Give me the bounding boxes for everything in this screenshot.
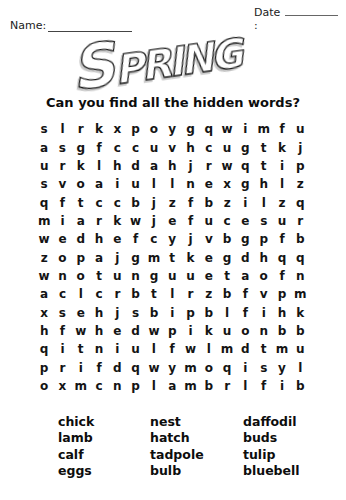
grid-cell-r3c10[interactable]: r xyxy=(200,157,218,175)
grid-cell-r3c6[interactable]: d xyxy=(126,157,144,175)
grid-cell-r3c4[interactable]: l xyxy=(90,157,108,175)
grid-cell-r6c15[interactable]: r xyxy=(291,212,309,230)
grid-cell-r8c13[interactable]: h xyxy=(255,248,273,266)
grid-cell-r6c14[interactable]: u xyxy=(273,212,291,230)
grid-cell-r14c8[interactable]: y xyxy=(163,358,181,376)
grid-cell-r14c11[interactable]: q xyxy=(218,358,236,376)
grid-cell-r7c2[interactable]: e xyxy=(53,230,71,248)
grid-cell-r7c12[interactable]: g xyxy=(236,230,254,248)
grid-cell-r12c1[interactable]: h xyxy=(35,322,53,340)
grid-cell-r10c3[interactable]: l xyxy=(72,285,90,303)
grid-cell-r8c15[interactable]: q xyxy=(291,248,309,266)
grid-cell-r7c11[interactable]: b xyxy=(218,230,236,248)
grid-cell-r1c15[interactable]: u xyxy=(291,120,309,138)
grid-cell-r15c8[interactable]: a xyxy=(163,377,181,395)
grid-cell-r8c14[interactable]: q xyxy=(273,248,291,266)
grid-cell-r1c9[interactable]: g xyxy=(181,120,199,138)
grid-cell-r7c13[interactable]: p xyxy=(255,230,273,248)
grid-cell-r13c13[interactable]: t xyxy=(255,340,273,358)
grid-cell-r4c13[interactable]: h xyxy=(255,175,273,193)
grid-cell-r10c6[interactable]: b xyxy=(126,285,144,303)
grid-cell-r8c6[interactable]: g xyxy=(126,248,144,266)
grid-cell-r1c14[interactable]: f xyxy=(273,120,291,138)
grid-cell-r4c2[interactable]: v xyxy=(53,175,71,193)
grid-cell-r2c4[interactable]: f xyxy=(90,138,108,156)
grid-cell-r5c7[interactable]: j xyxy=(145,193,163,211)
grid-cell-r5c6[interactable]: b xyxy=(126,193,144,211)
grid-cell-r6c4[interactable]: r xyxy=(90,212,108,230)
grid-cell-r2c6[interactable]: c xyxy=(126,138,144,156)
grid-cell-r6c13[interactable]: s xyxy=(255,212,273,230)
grid-cell-r4c6[interactable]: u xyxy=(126,175,144,193)
grid-cell-r11c11[interactable]: l xyxy=(218,303,236,321)
subtitle: Can you find all the hidden words? xyxy=(0,95,346,110)
grid-cell-r5c10[interactable]: b xyxy=(200,193,218,211)
grid-cell-r3c8[interactable]: h xyxy=(163,157,181,175)
grid-cell-r14c4[interactable]: f xyxy=(90,358,108,376)
grid-cell-r3c11[interactable]: w xyxy=(218,157,236,175)
grid-cell-r8c12[interactable]: d xyxy=(236,248,254,266)
grid-cell-r9c8[interactable]: u xyxy=(163,267,181,285)
grid-cell-r11c3[interactable]: e xyxy=(72,303,90,321)
grid-cell-r4c5[interactable]: i xyxy=(108,175,126,193)
grid-cell-r12c12[interactable]: o xyxy=(236,322,254,340)
grid-cell-r3c2[interactable]: r xyxy=(53,157,71,175)
grid-cell-r11c10[interactable]: b xyxy=(200,303,218,321)
word-nest: nest xyxy=(150,414,243,430)
grid-cell-r13c12[interactable]: d xyxy=(236,340,254,358)
grid-cell-r15c10[interactable]: b xyxy=(200,377,218,395)
grid-cell-r15c1[interactable]: o xyxy=(35,377,53,395)
grid-cell-r13c8[interactable]: f xyxy=(163,340,181,358)
grid-cell-r2c14[interactable]: k xyxy=(273,138,291,156)
grid-cell-r5c12[interactable]: i xyxy=(236,193,254,211)
grid-cell-r3c5[interactable]: h xyxy=(108,157,126,175)
grid-cell-r11c15[interactable]: k xyxy=(291,303,309,321)
grid-cell-r8c5[interactable]: j xyxy=(108,248,126,266)
grid-cell-r11c12[interactable]: f xyxy=(236,303,254,321)
grid-cell-r3c14[interactable]: i xyxy=(273,157,291,175)
grid-cell-r2c15[interactable]: j xyxy=(291,138,309,156)
grid-cell-r15c15[interactable]: b xyxy=(291,377,309,395)
grid-cell-r12c9[interactable]: i xyxy=(181,322,199,340)
title-rest: PRING xyxy=(111,29,249,93)
grid-cell-r14c1[interactable]: p xyxy=(35,358,53,376)
grid-cell-r13c6[interactable]: u xyxy=(126,340,144,358)
grid-cell-r5c9[interactable]: f xyxy=(181,193,199,211)
grid-cell-r10c11[interactable]: b xyxy=(218,285,236,303)
grid-cell-r14c12[interactable]: i xyxy=(236,358,254,376)
word-column-2: nesthatchtadpolebulb xyxy=(150,414,243,480)
grid-cell-r8c1[interactable]: z xyxy=(35,248,53,266)
grid-cell-r11c14[interactable]: h xyxy=(273,303,291,321)
grid-cell-r12c13[interactable]: n xyxy=(255,322,273,340)
grid-cell-r4c11[interactable]: x xyxy=(218,175,236,193)
title: S PRING xyxy=(0,20,346,98)
grid-cell-r2c5[interactable]: c xyxy=(108,138,126,156)
grid-cell-r10c10[interactable]: z xyxy=(200,285,218,303)
grid-cell-r7c1[interactable]: w xyxy=(35,230,53,248)
grid-cell-r8c9[interactable]: k xyxy=(181,248,199,266)
grid-cell-r2c7[interactable]: u xyxy=(145,138,163,156)
grid-cell-r7c6[interactable]: f xyxy=(126,230,144,248)
grid-cell-r13c9[interactable]: w xyxy=(181,340,199,358)
grid-cell-r2c2[interactable]: s xyxy=(53,138,71,156)
grid-cell-r3c9[interactable]: j xyxy=(181,157,199,175)
grid-cell-r6c1[interactable]: m xyxy=(35,212,53,230)
grid-cell-r1c4[interactable]: k xyxy=(90,120,108,138)
grid-cell-r4c1[interactable]: s xyxy=(35,175,53,193)
word-calf: calf xyxy=(58,447,150,463)
grid-cell-r15c3[interactable]: m xyxy=(72,377,90,395)
grid-cell-r5c11[interactable]: z xyxy=(218,193,236,211)
grid-cell-r14c9[interactable]: m xyxy=(181,358,199,376)
grid-cell-r5c5[interactable]: c xyxy=(108,193,126,211)
word-tadpole: tadpole xyxy=(150,447,243,463)
grid-cell-r6c8[interactable]: e xyxy=(163,212,181,230)
grid-cell-r1c8[interactable]: y xyxy=(163,120,181,138)
grid-cell-r13c4[interactable]: n xyxy=(90,340,108,358)
grid-cell-r9c13[interactable]: o xyxy=(255,267,273,285)
grid-cell-r8c8[interactable]: t xyxy=(163,248,181,266)
grid-cell-r12c10[interactable]: k xyxy=(200,322,218,340)
grid-cell-r12c5[interactable]: e xyxy=(108,322,126,340)
word-lamb: lamb xyxy=(58,430,150,446)
grid-cell-r14c15[interactable]: l xyxy=(291,358,309,376)
grid-cell-r1c12[interactable]: i xyxy=(236,120,254,138)
grid-cell-r11c13[interactable]: i xyxy=(255,303,273,321)
word-hatch: hatch xyxy=(150,430,243,446)
svg-text:S PRING: S PRING xyxy=(66,10,249,104)
grid-cell-r9c6[interactable]: n xyxy=(126,267,144,285)
grid-cell-r4c3[interactable]: o xyxy=(72,175,90,193)
grid-cell-r4c8[interactable]: l xyxy=(163,175,181,193)
grid-cell-r11c9[interactable]: p xyxy=(181,303,199,321)
grid-cell-r13c7[interactable]: l xyxy=(145,340,163,358)
word-eggs: eggs xyxy=(58,463,150,479)
grid-cell-r11c8[interactable]: i xyxy=(163,303,181,321)
grid-cell-r5c13[interactable]: l xyxy=(255,193,273,211)
grid-cell-r6c9[interactable]: f xyxy=(181,212,199,230)
grid-cell-r14c10[interactable]: o xyxy=(200,358,218,376)
grid-cell-r3c1[interactable]: u xyxy=(35,157,53,175)
grid-cell-r8c10[interactable]: e xyxy=(200,248,218,266)
grid-cell-r7c9[interactable]: j xyxy=(181,230,199,248)
grid-cell-r1c10[interactable]: q xyxy=(200,120,218,138)
grid-cell-r7c8[interactable]: y xyxy=(163,230,181,248)
grid-cell-r9c3[interactable]: o xyxy=(72,267,90,285)
grid-cell-r8c4[interactable]: a xyxy=(90,248,108,266)
grid-cell-r1c11[interactable]: w xyxy=(218,120,236,138)
word-daffodil: daffodil xyxy=(243,414,300,430)
grid-cell-r13c15[interactable]: u xyxy=(291,340,309,358)
grid-cell-r13c10[interactable]: l xyxy=(200,340,218,358)
grid-cell-r11c5[interactable]: j xyxy=(108,303,126,321)
date-label: Date xyxy=(254,6,280,19)
grid-cell-r10c13[interactable]: v xyxy=(255,285,273,303)
grid-cell-r13c1[interactable]: q xyxy=(35,340,53,358)
grid-cell-r10c14[interactable]: p xyxy=(273,285,291,303)
grid-cell-r14c5[interactable]: d xyxy=(108,358,126,376)
grid-cell-r9c5[interactable]: u xyxy=(108,267,126,285)
grid-cell-r1c13[interactable]: m xyxy=(255,120,273,138)
grid-cell-r7c15[interactable]: b xyxy=(291,230,309,248)
grid-cell-r5c14[interactable]: z xyxy=(273,193,291,211)
grid-cell-r13c5[interactable]: i xyxy=(108,340,126,358)
grid-cell-r12c2[interactable]: f xyxy=(53,322,71,340)
grid-cell-r9c15[interactable]: n xyxy=(291,267,309,285)
grid-cell-r2c1[interactable]: a xyxy=(35,138,53,156)
grid-cell-r9c1[interactable]: w xyxy=(35,267,53,285)
grid-cell-r14c6[interactable]: q xyxy=(126,358,144,376)
grid-cell-r4c14[interactable]: l xyxy=(273,175,291,193)
grid-cell-r2c9[interactable]: h xyxy=(181,138,199,156)
grid-cell-r13c11[interactable]: m xyxy=(218,340,236,358)
grid-cell-r9c2[interactable]: n xyxy=(53,267,71,285)
grid-cell-r5c1[interactable]: q xyxy=(35,193,53,211)
grid-cell-r10c4[interactable]: c xyxy=(90,285,108,303)
date-input-line[interactable] xyxy=(285,5,338,16)
grid-cell-r7c14[interactable]: f xyxy=(273,230,291,248)
grid-cell-r12c4[interactable]: h xyxy=(90,322,108,340)
grid-cell-r6c7[interactable]: j xyxy=(145,212,163,230)
grid-cell-r10c12[interactable]: f xyxy=(236,285,254,303)
grid-cell-r13c2[interactable]: i xyxy=(53,340,71,358)
grid-cell-r12c3[interactable]: w xyxy=(72,322,90,340)
grid-cell-r6c11[interactable]: c xyxy=(218,212,236,230)
grid-cell-r9c9[interactable]: u xyxy=(181,267,199,285)
grid-cell-r10c15[interactable]: m xyxy=(291,285,309,303)
grid-cell-r12c15[interactable]: b xyxy=(291,322,309,340)
grid-cell-r10c2[interactable]: c xyxy=(53,285,71,303)
grid-cell-r7c3[interactable]: d xyxy=(72,230,90,248)
grid-cell-r11c2[interactable]: s xyxy=(53,303,71,321)
grid-cell-r5c2[interactable]: f xyxy=(53,193,71,211)
word-bulb: bulb xyxy=(150,463,243,479)
title-outline-art: S PRING xyxy=(53,20,293,94)
grid-cell-r1c3[interactable]: r xyxy=(72,120,90,138)
grid-cell-r4c9[interactable]: n xyxy=(181,175,199,193)
grid-cell-r7c5[interactable]: e xyxy=(108,230,126,248)
grid-cell-r1c1[interactable]: s xyxy=(35,120,53,138)
worksheet-page: Name: Date : S PRING Can you find all th… xyxy=(0,0,346,500)
grid-cell-r1c2[interactable]: l xyxy=(53,120,71,138)
grid-cell-r1c5[interactable]: x xyxy=(108,120,126,138)
grid-cell-r9c12[interactable]: a xyxy=(236,267,254,285)
grid-cell-r15c11[interactable]: r xyxy=(218,377,236,395)
grid-cell-r15c7[interactable]: l xyxy=(145,377,163,395)
grid-cell-r11c7[interactable]: b xyxy=(145,303,163,321)
grid-cell-r8c2[interactable]: o xyxy=(53,248,71,266)
grid-cell-r2c10[interactable]: c xyxy=(200,138,218,156)
grid-cell-r5c8[interactable]: z xyxy=(163,193,181,211)
grid-cell-r4c10[interactable]: e xyxy=(200,175,218,193)
grid-cell-r2c11[interactable]: u xyxy=(218,138,236,156)
grid-cell-r8c7[interactable]: m xyxy=(145,248,163,266)
grid-cell-r5c3[interactable]: t xyxy=(72,193,90,211)
word-column-3: daffodilbudstulipbluebell xyxy=(243,414,300,480)
grid-cell-r9c14[interactable]: f xyxy=(273,267,291,285)
grid-cell-r15c12[interactable]: l xyxy=(236,377,254,395)
grid-cell-r12c6[interactable]: d xyxy=(126,322,144,340)
grid-cell-r6c3[interactable]: a xyxy=(72,212,90,230)
grid-cell-r5c15[interactable]: q xyxy=(291,193,309,211)
grid-cell-r2c3[interactable]: g xyxy=(72,138,90,156)
grid-cell-r7c10[interactable]: v xyxy=(200,230,218,248)
grid-cell-r10c9[interactable]: r xyxy=(181,285,199,303)
grid-cell-r15c4[interactable]: c xyxy=(90,377,108,395)
grid-cell-r15c14[interactable]: i xyxy=(273,377,291,395)
grid-cell-r15c9[interactable]: m xyxy=(181,377,199,395)
grid-cell-r12c14[interactable]: b xyxy=(273,322,291,340)
grid-cell-r4c4[interactable]: a xyxy=(90,175,108,193)
grid-cell-r6c10[interactable]: u xyxy=(200,212,218,230)
grid-cell-r2c8[interactable]: v xyxy=(163,138,181,156)
grid-cell-r1c6[interactable]: p xyxy=(126,120,144,138)
grid-cell-r4c12[interactable]: g xyxy=(236,175,254,193)
grid-cell-r14c7[interactable]: w xyxy=(145,358,163,376)
grid-cell-r13c3[interactable]: t xyxy=(72,340,90,358)
grid-cell-r10c8[interactable]: l xyxy=(163,285,181,303)
grid-cell-r6c12[interactable]: e xyxy=(236,212,254,230)
grid-cell-r7c4[interactable]: h xyxy=(90,230,108,248)
grid-cell-r15c13[interactable]: f xyxy=(255,377,273,395)
grid-cell-r12c7[interactable]: w xyxy=(145,322,163,340)
grid-cell-r6c2[interactable]: i xyxy=(53,212,71,230)
grid-cell-r5c4[interactable]: c xyxy=(90,193,108,211)
grid-cell-r7c7[interactable]: c xyxy=(145,230,163,248)
grid-cell-r4c15[interactable]: z xyxy=(291,175,309,193)
grid-cell-r9c4[interactable]: t xyxy=(90,267,108,285)
grid-cell-r9c7[interactable]: g xyxy=(145,267,163,285)
grid-cell-r9c10[interactable]: e xyxy=(200,267,218,285)
grid-cell-r14c14[interactable]: y xyxy=(273,358,291,376)
grid-cell-r1c7[interactable]: o xyxy=(145,120,163,138)
grid-cell-r12c8[interactable]: p xyxy=(163,322,181,340)
grid-cell-r9c11[interactable]: t xyxy=(218,267,236,285)
grid-cell-r11c6[interactable]: s xyxy=(126,303,144,321)
grid-cell-r14c3[interactable]: i xyxy=(72,358,90,376)
grid-cell-r10c1[interactable]: a xyxy=(35,285,53,303)
grid-cell-r2c12[interactable]: g xyxy=(236,138,254,156)
grid-cell-r4c7[interactable]: l xyxy=(145,175,163,193)
grid-cell-r3c15[interactable]: p xyxy=(291,157,309,175)
grid-cell-r3c12[interactable]: q xyxy=(236,157,254,175)
grid-cell-r10c7[interactable]: t xyxy=(145,285,163,303)
grid-cell-r8c3[interactable]: p xyxy=(72,248,90,266)
grid-cell-r13c14[interactable]: m xyxy=(273,340,291,358)
word-chick: chick xyxy=(58,414,150,430)
letter-grid: slrkxpoygqwimfuasgfccuvhcugtkjurklhdahjr… xyxy=(35,120,309,395)
grid-cell-r3c13[interactable]: t xyxy=(255,157,273,175)
grid-cell-r6c6[interactable]: w xyxy=(126,212,144,230)
grid-cell-r11c1[interactable]: x xyxy=(35,303,53,321)
word-list: chicklambcalfeggsnesthatchtadpolebulbdaf… xyxy=(58,414,300,480)
grid-cell-r15c6[interactable]: p xyxy=(126,377,144,395)
grid-cell-r2c13[interactable]: t xyxy=(255,138,273,156)
grid-cell-r14c2[interactable]: r xyxy=(53,358,71,376)
grid-cell-r6c5[interactable]: k xyxy=(108,212,126,230)
grid-cell-r15c5[interactable]: n xyxy=(108,377,126,395)
word-tulip: tulip xyxy=(243,447,300,463)
grid-cell-r15c2[interactable]: x xyxy=(53,377,71,395)
grid-cell-r10c5[interactable]: r xyxy=(108,285,126,303)
grid-cell-r3c7[interactable]: a xyxy=(145,157,163,175)
grid-cell-r3c3[interactable]: k xyxy=(72,157,90,175)
grid-cell-r11c4[interactable]: h xyxy=(90,303,108,321)
word-column-1: chicklambcalfeggs xyxy=(58,414,150,480)
grid-cell-r8c11[interactable]: g xyxy=(218,248,236,266)
word-bluebell: bluebell xyxy=(243,463,300,479)
grid-cell-r14c13[interactable]: s xyxy=(255,358,273,376)
grid-cell-r12c11[interactable]: u xyxy=(218,322,236,340)
word-buds: buds xyxy=(243,430,300,446)
